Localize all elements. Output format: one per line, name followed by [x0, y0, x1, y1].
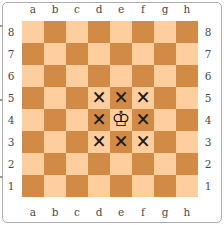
square-f7[interactable]	[132, 43, 154, 65]
square-g1[interactable]	[154, 175, 176, 197]
rank-label-4: 4	[200, 109, 216, 131]
rank-label-4: 4	[3, 109, 19, 131]
square-g8[interactable]	[154, 21, 176, 43]
rank-label-1: 1	[200, 175, 216, 197]
square-c5[interactable]	[66, 87, 88, 109]
square-f6[interactable]	[132, 65, 154, 87]
square-e8[interactable]	[110, 21, 132, 43]
rank-label-5: 5	[3, 87, 19, 109]
square-a3[interactable]	[22, 131, 44, 153]
file-label-g: g	[154, 205, 176, 219]
rank-label-6: 6	[3, 65, 19, 87]
square-h7[interactable]	[176, 43, 198, 65]
rank-label-6: 6	[200, 65, 216, 87]
square-c2[interactable]	[66, 153, 88, 175]
square-c8[interactable]	[66, 21, 88, 43]
x-mark: ×	[91, 86, 106, 108]
file-labels-bottom: abcdefgh	[22, 205, 198, 219]
square-a5[interactable]	[22, 87, 44, 109]
file-label-a: a	[22, 2, 44, 16]
square-e4[interactable]: ♔	[110, 109, 132, 131]
square-b8[interactable]	[44, 21, 66, 43]
file-label-b: b	[44, 205, 66, 219]
file-label-d: d	[88, 2, 110, 16]
square-d3[interactable]: ×	[88, 131, 110, 153]
square-a8[interactable]	[22, 21, 44, 43]
square-c3[interactable]	[66, 131, 88, 153]
x-mark: ×	[113, 130, 128, 152]
square-g2[interactable]	[154, 153, 176, 175]
square-b7[interactable]	[44, 43, 66, 65]
square-a4[interactable]	[22, 109, 44, 131]
square-h5[interactable]	[176, 87, 198, 109]
square-d8[interactable]	[88, 21, 110, 43]
x-mark: ×	[135, 108, 150, 130]
square-b3[interactable]	[44, 131, 66, 153]
square-g4[interactable]	[154, 109, 176, 131]
file-label-f: f	[132, 205, 154, 219]
square-f8[interactable]	[132, 21, 154, 43]
square-e3[interactable]: ×	[110, 131, 132, 153]
file-label-b: b	[44, 2, 66, 16]
file-label-f: f	[132, 2, 154, 16]
square-f3[interactable]: ×	[132, 131, 154, 153]
square-e7[interactable]	[110, 43, 132, 65]
square-g5[interactable]	[154, 87, 176, 109]
square-h2[interactable]	[176, 153, 198, 175]
square-f2[interactable]	[132, 153, 154, 175]
square-h4[interactable]	[176, 109, 198, 131]
x-mark: ×	[91, 130, 106, 152]
square-a2[interactable]	[22, 153, 44, 175]
file-label-c: c	[66, 205, 88, 219]
square-h1[interactable]	[176, 175, 198, 197]
rank-label-8: 8	[3, 21, 19, 43]
rank-label-5: 5	[200, 87, 216, 109]
file-labels-top: abcdefgh	[22, 2, 198, 16]
square-a1[interactable]	[22, 175, 44, 197]
x-mark: ×	[113, 86, 128, 108]
piece-white-king[interactable]: ♔	[112, 108, 131, 130]
file-label-e: e	[110, 2, 132, 16]
square-g7[interactable]	[154, 43, 176, 65]
square-g3[interactable]	[154, 131, 176, 153]
x-mark: ×	[135, 130, 150, 152]
rank-label-3: 3	[3, 131, 19, 153]
rank-label-2: 2	[3, 153, 19, 175]
file-label-h: h	[176, 205, 198, 219]
square-e1[interactable]	[110, 175, 132, 197]
square-f4[interactable]: ×	[132, 109, 154, 131]
square-e6[interactable]	[110, 65, 132, 87]
file-label-g: g	[154, 2, 176, 16]
square-b6[interactable]	[44, 65, 66, 87]
square-d1[interactable]	[88, 175, 110, 197]
square-c7[interactable]	[66, 43, 88, 65]
square-e2[interactable]	[110, 153, 132, 175]
square-e5[interactable]: ×	[110, 87, 132, 109]
square-b5[interactable]	[44, 87, 66, 109]
rank-label-8: 8	[200, 21, 216, 43]
square-d7[interactable]	[88, 43, 110, 65]
square-b4[interactable]	[44, 109, 66, 131]
rank-labels-left: 87654321	[3, 21, 19, 197]
square-a6[interactable]	[22, 65, 44, 87]
square-d6[interactable]	[88, 65, 110, 87]
square-c4[interactable]	[66, 109, 88, 131]
square-c6[interactable]	[66, 65, 88, 87]
rank-label-2: 2	[200, 153, 216, 175]
square-d5[interactable]: ×	[88, 87, 110, 109]
square-b1[interactable]	[44, 175, 66, 197]
square-a7[interactable]	[22, 43, 44, 65]
rank-label-1: 1	[3, 175, 19, 197]
square-d4[interactable]: ×	[88, 109, 110, 131]
square-c1[interactable]	[66, 175, 88, 197]
file-label-h: h	[176, 2, 198, 16]
x-mark: ×	[135, 86, 150, 108]
rank-label-3: 3	[200, 131, 216, 153]
file-label-d: d	[88, 205, 110, 219]
file-label-a: a	[22, 205, 44, 219]
square-f5[interactable]: ×	[132, 87, 154, 109]
square-h3[interactable]	[176, 131, 198, 153]
file-label-e: e	[110, 205, 132, 219]
square-d2[interactable]	[88, 153, 110, 175]
square-g6[interactable]	[154, 65, 176, 87]
x-mark: ×	[91, 108, 106, 130]
chess-diagram: abcdefgh 87654321 ××××♔×××× 87654321 abc…	[0, 0, 224, 225]
square-h6[interactable]	[176, 65, 198, 87]
chess-board: ××××♔××××	[22, 21, 198, 197]
square-h8[interactable]	[176, 21, 198, 43]
square-f1[interactable]	[132, 175, 154, 197]
rank-label-7: 7	[3, 43, 19, 65]
rank-label-7: 7	[200, 43, 216, 65]
file-label-c: c	[66, 2, 88, 16]
rank-labels-right: 87654321	[200, 21, 216, 197]
square-b2[interactable]	[44, 153, 66, 175]
